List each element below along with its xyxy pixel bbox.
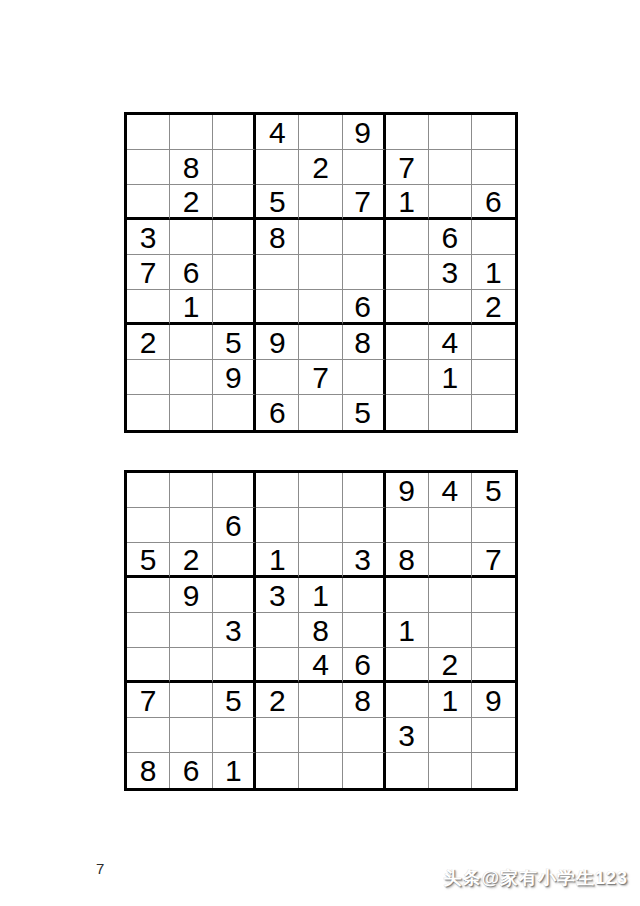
cell-r4c1 (127, 578, 170, 613)
cell-r2c5: 2 (299, 150, 342, 185)
cell-r3c8 (429, 185, 472, 220)
cell-r9c5 (299, 395, 342, 430)
cell-r9c8 (429, 753, 472, 788)
cell-r2c9 (472, 508, 515, 543)
cell-r6c8: 2 (429, 648, 472, 683)
cell-r5c8: 3 (429, 255, 472, 290)
cell-r8c4 (256, 360, 299, 395)
cell-r3c7: 1 (386, 185, 429, 220)
cell-r1c5 (299, 115, 342, 150)
cell-r3c2: 2 (170, 543, 213, 578)
cell-r5c8 (429, 613, 472, 648)
cell-r8c1 (127, 360, 170, 395)
cell-r4c3 (213, 578, 256, 613)
cell-r4c4: 3 (256, 578, 299, 613)
page-number: 7 (96, 860, 104, 877)
cell-r1c6: 9 (343, 115, 386, 150)
cell-r8c2 (170, 360, 213, 395)
cell-r1c3 (213, 473, 256, 508)
sudoku-grid-2: 94565213879313814627528193861 (124, 470, 518, 791)
cell-r9c9 (472, 395, 515, 430)
cell-r6c4 (256, 290, 299, 325)
cell-r9c2 (170, 395, 213, 430)
cell-r1c5 (299, 473, 342, 508)
cell-r2c4 (256, 150, 299, 185)
cell-r8c6 (343, 360, 386, 395)
cell-r5c5: 8 (299, 613, 342, 648)
cell-r8c9 (472, 360, 515, 395)
cell-r4c8: 6 (429, 220, 472, 255)
cell-r6c2: 1 (170, 290, 213, 325)
cell-r6c8 (429, 290, 472, 325)
cell-r3c4: 1 (256, 543, 299, 578)
sudoku-grid-1: 498272571638676311622598497165 (124, 112, 518, 433)
cell-r2c2 (170, 508, 213, 543)
cell-r1c8 (429, 115, 472, 150)
cell-r9c6: 5 (343, 395, 386, 430)
cell-r5c9 (472, 613, 515, 648)
cell-r7c8: 1 (429, 683, 472, 718)
cell-r4c2 (170, 220, 213, 255)
cell-r8c4 (256, 718, 299, 753)
cell-r3c6: 7 (343, 185, 386, 220)
cell-r7c7 (386, 683, 429, 718)
cell-r8c5: 7 (299, 360, 342, 395)
cell-r6c4 (256, 648, 299, 683)
cell-r7c7 (386, 325, 429, 360)
cell-r8c9 (472, 718, 515, 753)
cell-r7c4: 9 (256, 325, 299, 360)
watermark: 头条@家有小学生123 (443, 866, 628, 890)
cell-r3c5 (299, 185, 342, 220)
cell-r2c7: 7 (386, 150, 429, 185)
cell-r5c5 (299, 255, 342, 290)
cell-r2c5 (299, 508, 342, 543)
cell-r3c8 (429, 543, 472, 578)
cell-r7c9 (472, 325, 515, 360)
cell-r2c1 (127, 150, 170, 185)
cell-r1c4 (256, 473, 299, 508)
cell-r7c5 (299, 683, 342, 718)
cell-r1c2 (170, 115, 213, 150)
cell-r3c5 (299, 543, 342, 578)
cell-r8c8: 1 (429, 360, 472, 395)
cell-r4c6 (343, 220, 386, 255)
cell-r8c7 (386, 360, 429, 395)
cell-r9c6 (343, 753, 386, 788)
cell-r5c9: 1 (472, 255, 515, 290)
cell-r8c3 (213, 718, 256, 753)
cell-r8c3: 9 (213, 360, 256, 395)
cell-r6c9 (472, 648, 515, 683)
cell-r2c4 (256, 508, 299, 543)
cell-r5c1: 7 (127, 255, 170, 290)
cell-r7c1: 7 (127, 683, 170, 718)
cell-r1c3 (213, 115, 256, 150)
cell-r2c9 (472, 150, 515, 185)
cell-r7c3: 5 (213, 683, 256, 718)
cell-r7c2 (170, 325, 213, 360)
cell-r4c5: 1 (299, 578, 342, 613)
cell-r6c1 (127, 290, 170, 325)
cell-r4c5 (299, 220, 342, 255)
cell-r4c4: 8 (256, 220, 299, 255)
cell-r6c1 (127, 648, 170, 683)
cell-r9c4: 6 (256, 395, 299, 430)
cell-r2c8 (429, 150, 472, 185)
cell-r2c1 (127, 508, 170, 543)
cell-r5c3 (213, 255, 256, 290)
cell-r7c6: 8 (343, 683, 386, 718)
cell-r8c2 (170, 718, 213, 753)
cell-r4c8 (429, 578, 472, 613)
cell-r5c4 (256, 255, 299, 290)
cell-r7c4: 2 (256, 683, 299, 718)
cell-r6c9: 2 (472, 290, 515, 325)
cell-r3c1: 5 (127, 543, 170, 578)
cell-r3c7: 8 (386, 543, 429, 578)
cell-r6c7 (386, 290, 429, 325)
cell-r7c1: 2 (127, 325, 170, 360)
cell-r2c2: 8 (170, 150, 213, 185)
cell-r1c4: 4 (256, 115, 299, 150)
cell-r1c8: 4 (429, 473, 472, 508)
cell-r5c2: 6 (170, 255, 213, 290)
cell-r7c9: 9 (472, 683, 515, 718)
cell-r3c3 (213, 543, 256, 578)
cell-r9c2: 6 (170, 753, 213, 788)
cell-r7c3: 5 (213, 325, 256, 360)
cell-r7c2 (170, 683, 213, 718)
cell-r4c9 (472, 578, 515, 613)
cell-r6c2 (170, 648, 213, 683)
cell-r1c6 (343, 473, 386, 508)
cell-r8c7: 3 (386, 718, 429, 753)
cell-r1c9 (472, 115, 515, 150)
cell-r7c5 (299, 325, 342, 360)
cell-r8c8 (429, 718, 472, 753)
cell-r9c5 (299, 753, 342, 788)
cell-r6c3 (213, 290, 256, 325)
cell-r3c9: 6 (472, 185, 515, 220)
cell-r6c6: 6 (343, 290, 386, 325)
cell-r6c5: 4 (299, 648, 342, 683)
cell-r7c6: 8 (343, 325, 386, 360)
cell-r1c2 (170, 473, 213, 508)
cell-r5c2 (170, 613, 213, 648)
cell-r1c7: 9 (386, 473, 429, 508)
cell-r6c7 (386, 648, 429, 683)
cell-r9c3 (213, 395, 256, 430)
cell-r9c7 (386, 753, 429, 788)
cell-r1c1 (127, 115, 170, 150)
cell-r2c8 (429, 508, 472, 543)
cell-r9c1: 8 (127, 753, 170, 788)
cell-r5c1 (127, 613, 170, 648)
cell-r3c4: 5 (256, 185, 299, 220)
cell-r5c3: 3 (213, 613, 256, 648)
cell-r1c7 (386, 115, 429, 150)
cell-r5c7: 1 (386, 613, 429, 648)
cell-r1c1 (127, 473, 170, 508)
cell-r3c3 (213, 185, 256, 220)
cell-r2c6 (343, 508, 386, 543)
cell-r8c5 (299, 718, 342, 753)
cell-r4c9 (472, 220, 515, 255)
cell-r3c1 (127, 185, 170, 220)
cell-r4c1: 3 (127, 220, 170, 255)
cell-r2c7 (386, 508, 429, 543)
cell-r9c4 (256, 753, 299, 788)
cell-r1c9: 5 (472, 473, 515, 508)
cell-r9c8 (429, 395, 472, 430)
cell-r9c7 (386, 395, 429, 430)
cell-r5c6 (343, 613, 386, 648)
cell-r8c6 (343, 718, 386, 753)
cell-r7c8: 4 (429, 325, 472, 360)
cell-r8c1 (127, 718, 170, 753)
cell-r2c3: 6 (213, 508, 256, 543)
worksheet-page: 498272571638676311622598497165 945652138… (0, 0, 640, 906)
cell-r4c7 (386, 578, 429, 613)
cell-r3c2: 2 (170, 185, 213, 220)
cell-r6c3 (213, 648, 256, 683)
cell-r2c3 (213, 150, 256, 185)
cell-r3c6: 3 (343, 543, 386, 578)
cell-r6c5 (299, 290, 342, 325)
cell-r4c7 (386, 220, 429, 255)
cell-r9c9 (472, 753, 515, 788)
cell-r4c3 (213, 220, 256, 255)
cell-r4c2: 9 (170, 578, 213, 613)
cell-r5c7 (386, 255, 429, 290)
cell-r3c9: 7 (472, 543, 515, 578)
cell-r9c1 (127, 395, 170, 430)
cell-r9c3: 1 (213, 753, 256, 788)
cell-r2c6 (343, 150, 386, 185)
cell-r5c4 (256, 613, 299, 648)
cell-r4c6 (343, 578, 386, 613)
cell-r5c6 (343, 255, 386, 290)
cell-r6c6: 6 (343, 648, 386, 683)
